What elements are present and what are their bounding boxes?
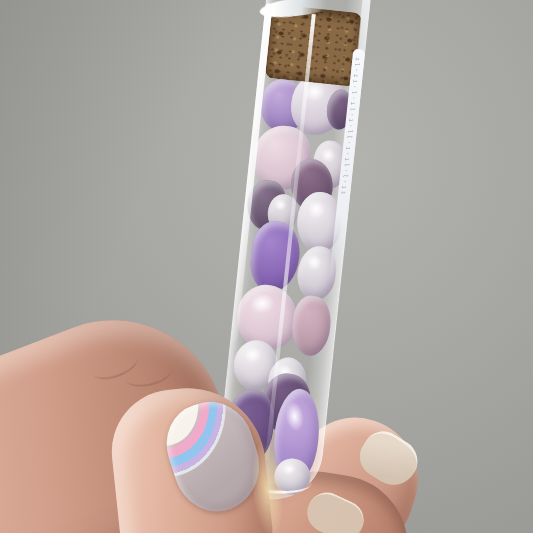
crystal-amethyst: [248, 219, 303, 294]
crystal-mauve-quartz: [289, 294, 333, 358]
glint-highlight: [274, 198, 288, 212]
glint-highlight: [306, 199, 326, 221]
glint-highlight: [305, 252, 323, 271]
glint-highlight: [249, 292, 276, 316]
glint-highlight: [320, 146, 336, 163]
crystal-rose-tint-quartz: [234, 282, 300, 352]
glint-highlight: [242, 345, 262, 364]
glint-highlight: [283, 400, 305, 432]
photo-scene: ıl·ıı·l·ıl·ı·ll·ı·ıl·l·ıı: [0, 0, 533, 533]
